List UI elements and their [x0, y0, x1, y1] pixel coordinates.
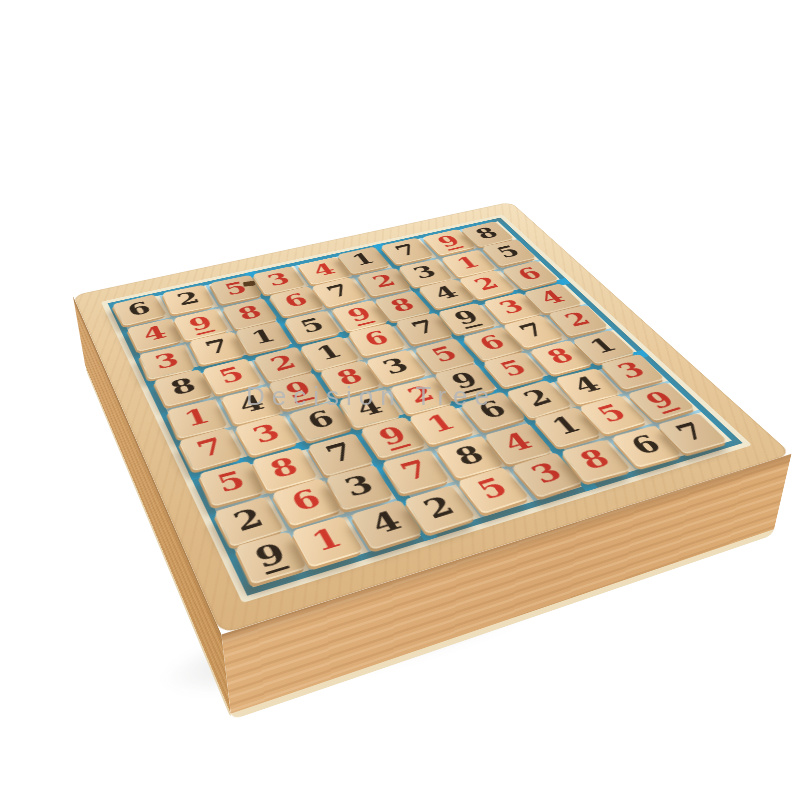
tile-7-r6c1: 7 [179, 428, 243, 470]
tile-digit: 2 [369, 272, 399, 290]
tile-digit: 5 [495, 357, 531, 380]
tile-digit: 2 [519, 385, 557, 409]
tile-digit: 2 [470, 274, 503, 293]
tile-2-r9c4: 2 [404, 485, 476, 532]
tile-digit: 6 [280, 290, 311, 309]
tile-2-r7c7: 2 [506, 380, 572, 418]
cell-r7c9: 3 [600, 356, 668, 393]
tile-digit: 7 [321, 439, 358, 466]
tile-digit: 1 [546, 412, 585, 438]
tile-digit: 7 [514, 320, 549, 341]
cell-r9c8: 6 [611, 426, 684, 469]
tile-digit: 3 [340, 471, 377, 500]
tile-digit: 5 [215, 363, 248, 386]
cell-r9c9: 7 [659, 412, 732, 454]
tile-digit: 7 [323, 281, 354, 300]
tile-4-r8c6: 4 [485, 423, 553, 464]
tile-digit: 5 [221, 279, 250, 298]
cell-r9c1: 9 [234, 533, 309, 587]
cell-r8c7: 1 [535, 409, 606, 451]
cell-r9c5: 5 [460, 469, 534, 516]
tile-digit: 4 [568, 373, 605, 396]
tile-digit: 3 [152, 350, 182, 372]
tile-digit: 9 [344, 304, 376, 324]
tile-1-r5c1: 1 [167, 399, 227, 438]
cell-r8c3: 3 [329, 465, 400, 512]
tile-digit: 8 [167, 374, 199, 398]
cell-r7c4: 9 [360, 419, 429, 462]
tile-digit: 4 [309, 261, 338, 279]
cell-r9c6: 3 [512, 454, 586, 500]
tile-digit: 2 [418, 492, 459, 523]
cell-r5c1: 1 [167, 399, 231, 440]
tile-1-r9c2: 1 [292, 516, 363, 566]
tile-3-r6c2: 3 [235, 414, 299, 455]
tile-digit: 3 [378, 354, 412, 377]
tile-digit: 6 [625, 431, 666, 458]
tile-6-r9c8: 6 [612, 425, 682, 466]
tile-digit: 3 [264, 270, 293, 288]
tile-2-r8c1: 2 [214, 497, 284, 546]
tile-digit: 5 [296, 315, 327, 335]
tile-9-r9c1: 9 [236, 531, 307, 582]
tile-digit: 8 [234, 303, 265, 323]
tile-digit: 2 [266, 351, 299, 374]
tile-digit: 1 [312, 341, 346, 363]
tile-digit: 6 [513, 265, 546, 283]
tile-digit: 8 [450, 441, 488, 468]
tile-7-r8c4: 7 [382, 450, 449, 493]
tile-digit: 5 [493, 243, 524, 260]
tile-4-r7c8: 4 [555, 368, 619, 404]
tile-digit: 1 [584, 335, 620, 357]
tile-digit: 6 [360, 328, 392, 349]
tile-digit: 1 [348, 250, 378, 267]
tile-digit: 7 [670, 419, 711, 445]
tile-digit: 7 [391, 241, 421, 258]
tile-digit: 3 [248, 420, 284, 446]
tile-9-r8c9: 9 [627, 382, 694, 420]
tile-digit: 1 [452, 254, 483, 271]
tile-7-r7c3: 7 [308, 433, 374, 475]
tile-digit: 1 [248, 326, 279, 347]
tile-8-r9c7: 8 [561, 440, 631, 482]
cell-r8c4: 7 [383, 450, 454, 496]
tile-digit: 8 [542, 345, 578, 367]
tile-digit: 3 [525, 458, 566, 487]
tile-digit: 4 [366, 506, 406, 537]
tile-digit: 3 [495, 297, 528, 317]
tile-5-r7c1: 5 [199, 461, 264, 505]
tile-digit: 9 [251, 538, 290, 571]
cell-r9c2: 1 [294, 516, 369, 568]
tile-3-r8c3: 3 [326, 465, 393, 509]
tile-8-r8c5: 8 [436, 436, 504, 478]
cell-r8c8: 5 [582, 396, 652, 436]
cell-r4c1: 8 [153, 371, 214, 409]
tile-digit: 7 [407, 317, 440, 337]
tile-digit: 8 [266, 453, 302, 481]
tile-6-r8c2: 6 [272, 478, 341, 525]
tile-digit: 8 [386, 295, 418, 315]
cell-r6c1: 7 [182, 429, 248, 473]
tile-digit: 1 [306, 523, 346, 555]
tile-digit: 6 [286, 485, 325, 515]
tile-digit: 9 [185, 313, 215, 333]
tile-digit: 6 [474, 332, 509, 353]
tile-digit: 1 [422, 410, 460, 436]
tile-digit: 5 [213, 467, 249, 496]
tile-digit: 9 [450, 307, 483, 327]
tile-8-r4c1: 8 [154, 369, 213, 406]
tile-digit: 4 [498, 429, 537, 456]
watermark: Decision Tree [246, 381, 496, 412]
tile-digit: 4 [140, 323, 170, 344]
tile-digit: 3 [612, 359, 649, 382]
tile-digit: 4 [429, 283, 461, 302]
tile-4-r9c3: 4 [351, 500, 423, 549]
cell-r9c3: 4 [351, 500, 426, 551]
cell-r8c6: 4 [485, 422, 556, 465]
cell-r8c1: 2 [216, 496, 288, 546]
cell-r6c2: 3 [236, 416, 302, 458]
tile-digit: 7 [202, 336, 232, 357]
tile-digit: 8 [574, 445, 614, 472]
tile-1-r8c7: 1 [533, 407, 601, 447]
tile-digit: 5 [427, 343, 462, 365]
tile-digit: 9 [640, 388, 680, 412]
tile-digit: 9 [374, 422, 411, 448]
tile-digit: 3 [409, 263, 439, 281]
tile-digit: 7 [396, 456, 434, 484]
tile-digit: 1 [180, 404, 213, 429]
tile-5-r9c5: 5 [458, 467, 529, 513]
cell-r7c7: 2 [509, 380, 577, 419]
cell-r8c5: 8 [435, 436, 506, 480]
cell-r7c1: 5 [198, 462, 267, 509]
cell-r7c3: 7 [308, 433, 377, 477]
tile-5-r8c8: 5 [579, 395, 647, 434]
cell-r8c2: 6 [273, 480, 345, 529]
tile-digit: 8 [471, 225, 502, 241]
cell-r7c2: 8 [254, 447, 323, 492]
cell-r8c9: 9 [629, 383, 699, 422]
tile-digit: 5 [592, 400, 631, 425]
product-photo-scene: 6253417984986723153715984268521679341498… [0, 0, 800, 800]
tile-9-r7c4: 9 [361, 417, 427, 458]
tile-7-r9c9: 7 [657, 413, 727, 453]
cell-r9c4: 2 [406, 484, 480, 533]
cell-r9c7: 8 [562, 440, 636, 485]
tile-digit: 2 [229, 504, 268, 535]
tile-digit: 7 [192, 434, 227, 461]
tile-8-r7c2: 8 [252, 447, 317, 490]
tile-digit: 9 [433, 233, 463, 250]
box-separator-horizontal-2 [188, 350, 649, 480]
tile-digit: 2 [174, 289, 202, 308]
cell-r7c8: 4 [555, 368, 623, 406]
tile-digit: 4 [535, 288, 569, 307]
tile-digit: 5 [472, 473, 513, 502]
tile-3-r9c6: 3 [512, 452, 583, 496]
tile-digit: 2 [560, 309, 594, 329]
tile-digit: 6 [124, 299, 154, 319]
